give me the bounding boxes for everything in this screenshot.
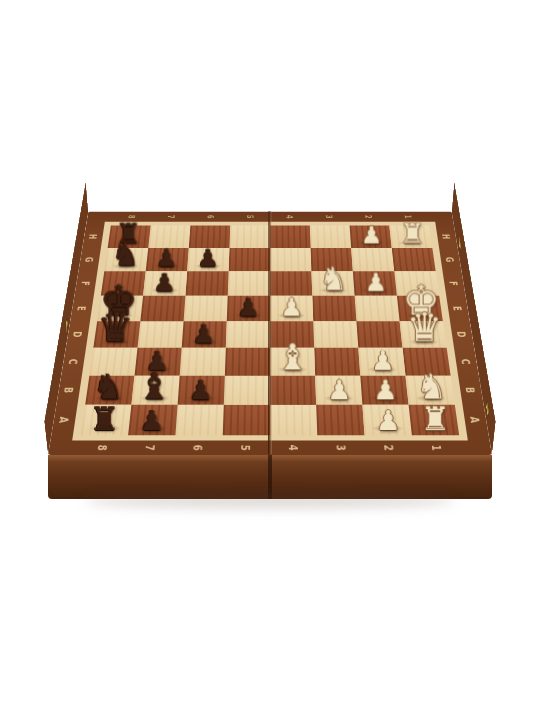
- square-b3: ♟: [315, 376, 362, 405]
- square-d7: [138, 321, 184, 348]
- square-e3: [312, 296, 356, 321]
- board-frame: 87654321 87654321 HGFEDCBA HGFEDCBA ♜♟♜♞…: [48, 212, 492, 455]
- square-a8: ♜: [81, 405, 132, 435]
- square-b4: [270, 376, 316, 405]
- square-d1: ♛: [400, 321, 447, 348]
- square-d8: ♛: [93, 321, 140, 348]
- product-photo: 87654321 87654321 HGFEDCBA HGFEDCBA ♜♟♜♞…: [0, 0, 540, 720]
- square-a5: [223, 405, 270, 435]
- square-g5: [229, 248, 270, 271]
- square-e7: [140, 296, 185, 321]
- piece-white-pawn-a2: ♟: [376, 407, 401, 435]
- piece-white-pawn-b3: ♟: [327, 377, 351, 404]
- square-d2: [356, 321, 402, 348]
- square-f7: ♟: [143, 271, 187, 295]
- square-d3: [313, 321, 358, 348]
- piece-white-knight-f3: ♞: [319, 264, 347, 296]
- piece-white-bishop-c4: ♝: [277, 339, 309, 375]
- square-d5: [226, 321, 270, 348]
- brass-clasp-left: [65, 316, 67, 334]
- square-c4: ♝: [270, 348, 315, 376]
- square-a6: [175, 405, 223, 435]
- square-f3: ♞: [311, 271, 354, 295]
- square-b6: ♟: [178, 376, 225, 405]
- square-a3: [316, 405, 364, 435]
- piece-black-pawn-a7: ♟: [139, 407, 164, 435]
- piece-white-pawn-c2: ♟: [371, 349, 395, 375]
- piece-white-pawn-e4: ♟: [280, 296, 303, 321]
- piece-black-knight-g8: ♞: [111, 240, 139, 271]
- brass-hinge-right-far: [459, 236, 461, 252]
- piece-white-pawn-h2: ♟: [361, 224, 382, 248]
- board-shadow: [84, 494, 456, 508]
- square-b5: [224, 376, 270, 405]
- square-h3: [310, 225, 351, 248]
- brass-hinge-right-near: [486, 399, 489, 419]
- scene: 87654321 87654321 HGFEDCBA HGFEDCBA ♜♟♜♞…: [0, 0, 540, 720]
- square-c3: [314, 348, 360, 376]
- square-e5: ♟: [227, 296, 270, 321]
- board-fold-seam: [268, 211, 272, 454]
- square-a1: ♜: [409, 405, 460, 435]
- piece-black-rook-a8: ♜: [90, 402, 119, 434]
- piece-white-pawn-f2: ♟: [365, 271, 387, 296]
- square-a2: ♟: [362, 405, 411, 435]
- square-b2: ♟: [360, 376, 408, 405]
- piece-black-pawn-b6: ♟: [189, 377, 213, 404]
- square-h2: ♟: [350, 225, 392, 248]
- square-b7: ♝: [131, 376, 179, 405]
- square-h1: ♜: [389, 225, 432, 248]
- square-h4: [270, 225, 311, 248]
- square-f2: ♟: [353, 271, 397, 295]
- square-g1: [392, 248, 436, 271]
- square-f6: [185, 271, 228, 295]
- square-d6: ♟: [182, 321, 227, 348]
- square-a4: [270, 405, 317, 435]
- piece-white-queen-d1: ♛: [407, 308, 442, 348]
- piece-black-pawn-e5: ♟: [237, 296, 260, 321]
- square-g4: [270, 248, 311, 271]
- piece-white-rook-h1: ♜: [399, 220, 424, 248]
- piece-black-queen-d8: ♛: [98, 308, 133, 348]
- square-g6: ♟: [187, 248, 229, 271]
- square-c2: ♟: [358, 348, 405, 376]
- square-g8: ♞: [104, 248, 148, 271]
- piece-black-pawn-g6: ♟: [197, 247, 219, 271]
- square-e2: [355, 296, 400, 321]
- square-c5: [225, 348, 270, 376]
- piece-white-rook-a1: ♜: [421, 402, 450, 434]
- square-h5: [229, 225, 270, 248]
- square-e6: [184, 296, 228, 321]
- piece-black-pawn-d6: ♟: [192, 322, 215, 348]
- piece-white-pawn-b2: ♟: [373, 377, 397, 404]
- piece-black-pawn-f7: ♟: [153, 271, 175, 296]
- front-edge-fold-seam: [268, 455, 272, 499]
- square-c6: [180, 348, 226, 376]
- square-e4: ♟: [270, 296, 313, 321]
- board-front-edge: [48, 455, 492, 499]
- square-a7: ♟: [128, 405, 177, 435]
- piece-black-bishop-b7: ♝: [138, 368, 171, 405]
